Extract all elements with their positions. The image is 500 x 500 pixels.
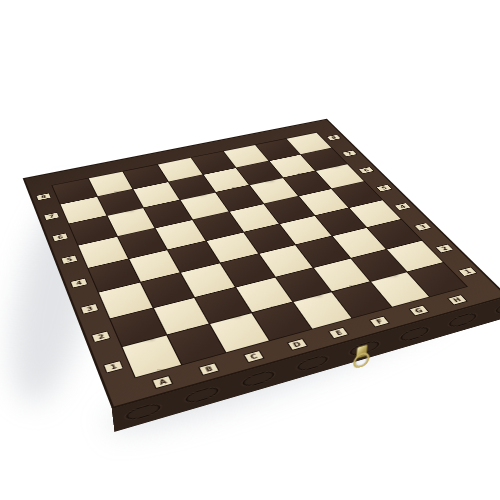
clasp-loop [352,351,370,370]
rank-label-7-right: 7 [342,150,358,157]
rank-label-5-right: 5 [375,184,392,192]
file-label-a-bottom: A [152,375,174,389]
rank-label-4-left: 4 [70,278,89,289]
file-label-f-bottom: F [369,316,390,328]
brass-clasp [352,344,368,368]
square-g6[interactable] [284,171,332,196]
rank-label-7-left: 7 [43,212,60,221]
rank-label-8-right: 8 [326,134,342,141]
file-label-d-bottom: D [286,338,308,351]
rank-label-8-left: 8 [36,193,52,201]
rank-label-5-left: 5 [60,255,78,265]
rank-label-1-left: 1 [103,360,124,373]
file-label-e-bottom: E [328,327,349,339]
rank-label-3-right: 3 [414,222,433,231]
file-label-b-bottom: B [198,362,220,375]
rank-label-4-right: 4 [394,203,412,211]
chess-board: ♜♞♝♛♚♝♞♜♟♟♟♟♟♟♟♟♟♟♟♟♟♟♟♟♜♞♝♛♚♝♞♜ 8765432… [23,119,500,409]
rank-label-3-left: 3 [80,303,100,314]
rank-label-2-right: 2 [435,244,454,254]
square-b1[interactable]: ♞ [167,324,225,364]
file-label-c-bottom: C [243,350,265,363]
photo-canvas: ♜♞♝♛♚♝♞♜♟♟♟♟♟♟♟♟♟♟♟♟♟♟♟♟♜♞♝♛♚♝♞♜ 8765432… [0,0,500,500]
rank-label-6-right: 6 [358,167,375,174]
file-label-g-bottom: G [408,305,429,316]
file-label-h-bottom: H [447,294,468,305]
rank-label-6-left: 6 [51,233,68,242]
rank-label-2-left: 2 [91,330,111,342]
square-c6[interactable] [144,200,191,227]
